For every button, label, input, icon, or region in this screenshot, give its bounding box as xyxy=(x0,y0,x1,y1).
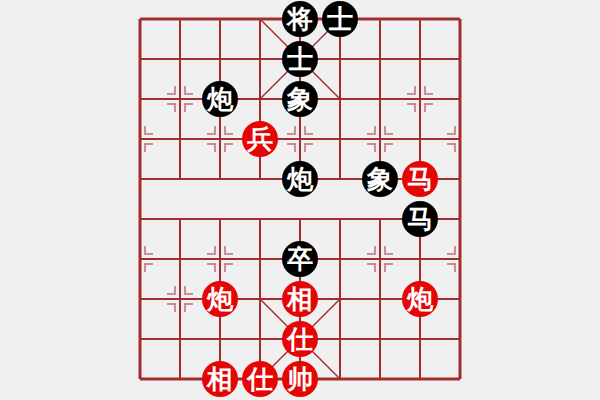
black-advisor-a[interactable]: 士 xyxy=(322,1,358,37)
black-soldier[interactable]: 卒 xyxy=(282,241,318,277)
black-elephant-a[interactable]: 象 xyxy=(282,81,318,117)
black-elephant-b[interactable]: 象 xyxy=(362,161,398,197)
black-general[interactable]: 将 xyxy=(282,1,318,37)
red-advisor-a[interactable]: 仕 xyxy=(282,321,318,357)
red-soldier[interactable]: 兵 xyxy=(242,121,278,157)
xiangqi-screenshot: 将士士炮象兵炮象马马卒炮相炮仕相仕帅 xyxy=(0,0,600,400)
black-cannon-b[interactable]: 炮 xyxy=(282,161,318,197)
red-cannon-a[interactable]: 炮 xyxy=(202,281,238,317)
red-elephant-a[interactable]: 相 xyxy=(282,281,318,317)
red-elephant-b[interactable]: 相 xyxy=(202,361,238,397)
red-general[interactable]: 帅 xyxy=(282,361,318,397)
black-horse[interactable]: 马 xyxy=(402,201,438,237)
red-horse[interactable]: 马 xyxy=(402,161,438,197)
black-advisor-b[interactable]: 士 xyxy=(282,41,318,77)
black-cannon-a[interactable]: 炮 xyxy=(202,81,238,117)
board-grid: 将士士炮象兵炮象马马卒炮相炮仕相仕帅 xyxy=(120,0,480,399)
red-cannon-b[interactable]: 炮 xyxy=(402,281,438,317)
red-advisor-b[interactable]: 仕 xyxy=(242,361,278,397)
